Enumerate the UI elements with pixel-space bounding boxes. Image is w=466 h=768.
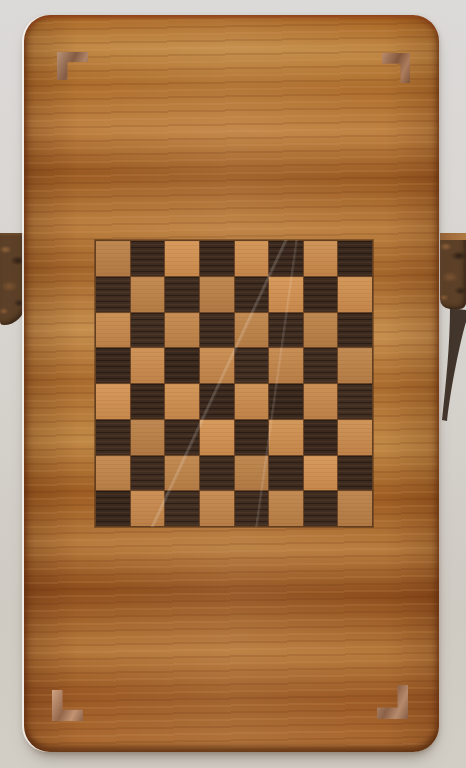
square-e2[interactable] [235, 456, 269, 491]
square-b2[interactable] [131, 456, 165, 491]
square-e3[interactable] [235, 420, 269, 455]
square-a8[interactable] [96, 241, 130, 276]
square-b5[interactable] [131, 348, 165, 383]
square-h3[interactable] [338, 420, 372, 455]
square-c7[interactable] [165, 277, 199, 312]
square-d7[interactable] [200, 277, 234, 312]
square-g5[interactable] [304, 348, 338, 383]
photo-scene [0, 0, 466, 768]
square-b8[interactable] [131, 241, 165, 276]
square-a3[interactable] [96, 420, 130, 455]
square-e4[interactable] [235, 384, 269, 419]
left-side-leaf [0, 233, 25, 325]
square-a1[interactable] [96, 491, 130, 526]
table-leg-edge [440, 308, 466, 423]
square-a2[interactable] [96, 456, 130, 491]
square-d5[interactable] [200, 348, 234, 383]
square-c2[interactable] [165, 456, 199, 491]
right-side-leaf [440, 233, 466, 309]
square-b1[interactable] [131, 491, 165, 526]
square-b6[interactable] [131, 313, 165, 348]
square-g6[interactable] [304, 313, 338, 348]
square-d2[interactable] [200, 456, 234, 491]
square-c8[interactable] [165, 241, 199, 276]
square-h8[interactable] [338, 241, 372, 276]
square-g1[interactable] [304, 491, 338, 526]
square-d1[interactable] [200, 491, 234, 526]
square-f3[interactable] [269, 420, 303, 455]
square-g2[interactable] [304, 456, 338, 491]
square-h2[interactable] [338, 456, 372, 491]
square-d3[interactable] [200, 420, 234, 455]
square-g8[interactable] [304, 241, 338, 276]
square-c4[interactable] [165, 384, 199, 419]
square-a7[interactable] [96, 277, 130, 312]
square-h5[interactable] [338, 348, 372, 383]
square-g7[interactable] [304, 277, 338, 312]
games-table-top [24, 15, 439, 752]
square-e7[interactable] [235, 277, 269, 312]
square-e5[interactable] [235, 348, 269, 383]
square-e6[interactable] [235, 313, 269, 348]
corner-bracket-top-left [57, 52, 88, 80]
square-e8[interactable] [235, 241, 269, 276]
square-h1[interactable] [338, 491, 372, 526]
square-h6[interactable] [338, 313, 372, 348]
square-a4[interactable] [96, 384, 130, 419]
square-b3[interactable] [131, 420, 165, 455]
square-c5[interactable] [165, 348, 199, 383]
square-f2[interactable] [269, 456, 303, 491]
square-g4[interactable] [304, 384, 338, 419]
square-c1[interactable] [165, 491, 199, 526]
square-c6[interactable] [165, 313, 199, 348]
corner-bracket-bottom-left [52, 690, 83, 721]
square-f6[interactable] [269, 313, 303, 348]
square-d8[interactable] [200, 241, 234, 276]
square-a5[interactable] [96, 348, 130, 383]
corner-bracket-top-right [382, 53, 410, 83]
corner-bracket-bottom-right [377, 685, 408, 719]
square-f7[interactable] [269, 277, 303, 312]
square-f8[interactable] [269, 241, 303, 276]
square-h4[interactable] [338, 384, 372, 419]
square-g3[interactable] [304, 420, 338, 455]
square-f4[interactable] [269, 384, 303, 419]
square-f1[interactable] [269, 491, 303, 526]
square-b7[interactable] [131, 277, 165, 312]
chessboard [95, 240, 373, 527]
square-a6[interactable] [96, 313, 130, 348]
square-d6[interactable] [200, 313, 234, 348]
square-h7[interactable] [338, 277, 372, 312]
square-c3[interactable] [165, 420, 199, 455]
square-f5[interactable] [269, 348, 303, 383]
square-e1[interactable] [235, 491, 269, 526]
square-b4[interactable] [131, 384, 165, 419]
square-d4[interactable] [200, 384, 234, 419]
